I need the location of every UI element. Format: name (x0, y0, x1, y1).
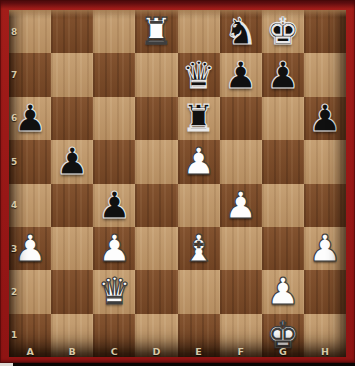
piece-white-pawn-a3[interactable]: ♟ (13, 230, 46, 267)
square-e4[interactable] (178, 184, 220, 227)
piece-white-king-g1[interactable]: ♚ (266, 317, 299, 354)
square-c4[interactable]: ♟ (93, 184, 135, 227)
piece-black-queen-e7[interactable]: ♛ (182, 57, 215, 94)
square-f4[interactable]: ♟ (220, 184, 262, 227)
piece-white-pawn-f4[interactable]: ♟ (224, 187, 257, 224)
piece-black-pawn-f7[interactable]: ♟ (224, 57, 257, 94)
square-a6[interactable]: ♟ (9, 97, 51, 140)
square-d3[interactable] (135, 227, 177, 270)
square-e1[interactable] (178, 314, 220, 357)
square-h1[interactable] (304, 314, 346, 357)
square-c2[interactable]: ♛ (93, 270, 135, 313)
square-h2[interactable] (304, 270, 346, 313)
square-c5[interactable] (93, 140, 135, 183)
square-b5[interactable]: ♟ (51, 140, 93, 183)
square-h5[interactable] (304, 140, 346, 183)
square-g7[interactable]: ♟ (262, 53, 304, 96)
piece-white-bishop-e3[interactable]: ♝ (182, 230, 215, 267)
square-g3[interactable] (262, 227, 304, 270)
square-b2[interactable] (51, 270, 93, 313)
chess-app-screenshot: ♜♞♚♛♟♟♟♜♟♟♟♟♟♟♟♝♟♛♟♚ 87654321 ABCDEFGH (0, 0, 355, 366)
square-a4[interactable] (9, 184, 51, 227)
square-g1[interactable]: ♚ (262, 314, 304, 357)
piece-white-queen-c2[interactable]: ♛ (98, 273, 131, 310)
piece-black-knight-f8[interactable]: ♞ (224, 13, 257, 50)
square-e2[interactable] (178, 270, 220, 313)
square-g2[interactable]: ♟ (262, 270, 304, 313)
square-e7[interactable]: ♛ (178, 53, 220, 96)
piece-white-pawn-e5[interactable]: ♟ (182, 143, 215, 180)
square-e5[interactable]: ♟ (178, 140, 220, 183)
square-d4[interactable] (135, 184, 177, 227)
square-h3[interactable]: ♟ (304, 227, 346, 270)
square-a8[interactable] (9, 10, 51, 53)
square-e6[interactable]: ♜ (178, 97, 220, 140)
board-area: ♜♞♚♛♟♟♟♜♟♟♟♟♟♟♟♝♟♛♟♚ 87654321 ABCDEFGH (9, 10, 346, 357)
square-a2[interactable] (9, 270, 51, 313)
piece-black-rook-e6[interactable]: ♜ (182, 100, 215, 137)
square-b3[interactable] (51, 227, 93, 270)
square-c3[interactable]: ♟ (93, 227, 135, 270)
piece-white-pawn-h3[interactable]: ♟ (308, 230, 341, 267)
square-g4[interactable] (262, 184, 304, 227)
square-h8[interactable] (304, 10, 346, 53)
square-c7[interactable] (93, 53, 135, 96)
piece-black-pawn-g7[interactable]: ♟ (266, 57, 299, 94)
piece-black-pawn-h6[interactable]: ♟ (308, 100, 341, 137)
square-d7[interactable] (135, 53, 177, 96)
piece-black-pawn-c4[interactable]: ♟ (98, 187, 131, 224)
piece-white-pawn-c3[interactable]: ♟ (98, 230, 131, 267)
piece-black-pawn-a6[interactable]: ♟ (13, 100, 46, 137)
piece-black-pawn-b5[interactable]: ♟ (56, 143, 89, 180)
square-h7[interactable] (304, 53, 346, 96)
square-b7[interactable] (51, 53, 93, 96)
square-f5[interactable] (220, 140, 262, 183)
square-d2[interactable] (135, 270, 177, 313)
square-e8[interactable] (178, 10, 220, 53)
square-a1[interactable] (9, 314, 51, 357)
square-e3[interactable]: ♝ (178, 227, 220, 270)
chess-board: ♜♞♚♛♟♟♟♜♟♟♟♟♟♟♟♝♟♛♟♚ (9, 10, 346, 357)
square-f8[interactable]: ♞ (220, 10, 262, 53)
square-g8[interactable]: ♚ (262, 10, 304, 53)
square-a7[interactable] (9, 53, 51, 96)
square-d6[interactable] (135, 97, 177, 140)
square-d5[interactable] (135, 140, 177, 183)
square-g5[interactable] (262, 140, 304, 183)
square-d1[interactable] (135, 314, 177, 357)
piece-black-king-g8[interactable]: ♚ (266, 13, 299, 50)
square-f7[interactable]: ♟ (220, 53, 262, 96)
square-b4[interactable] (51, 184, 93, 227)
square-b8[interactable] (51, 10, 93, 53)
square-a3[interactable]: ♟ (9, 227, 51, 270)
square-c1[interactable] (93, 314, 135, 357)
square-f1[interactable] (220, 314, 262, 357)
square-c6[interactable] (93, 97, 135, 140)
square-g6[interactable] (262, 97, 304, 140)
square-a5[interactable] (9, 140, 51, 183)
piece-white-rook-d8[interactable]: ♜ (140, 13, 173, 50)
square-b1[interactable] (51, 314, 93, 357)
piece-white-pawn-g2[interactable]: ♟ (266, 273, 299, 310)
square-f2[interactable] (220, 270, 262, 313)
square-h4[interactable] (304, 184, 346, 227)
square-c8[interactable] (93, 10, 135, 53)
square-d8[interactable]: ♜ (135, 10, 177, 53)
square-f6[interactable] (220, 97, 262, 140)
square-h6[interactable]: ♟ (304, 97, 346, 140)
square-b6[interactable] (51, 97, 93, 140)
square-f3[interactable] (220, 227, 262, 270)
